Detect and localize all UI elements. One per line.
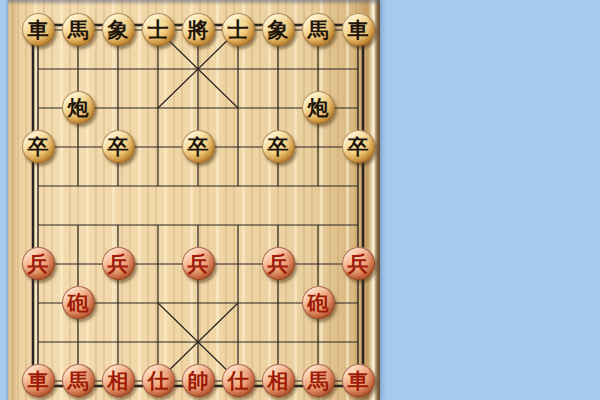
piece-black-soldier-c2r3[interactable]: 卒 [102,130,135,163]
piece-red-elephant-c6r9[interactable]: 相 [262,364,295,397]
piece-black-soldier-c6r3[interactable]: 卒 [262,130,295,163]
piece-black-chariot-c8r0[interactable]: 車 [342,13,375,46]
piece-black-horse-c1r0[interactable]: 馬 [62,13,95,46]
piece-red-soldier-c0r6[interactable]: 兵 [22,247,55,280]
piece-red-soldier-c4r6[interactable]: 兵 [182,247,215,280]
piece-black-chariot-c0r0[interactable]: 車 [22,13,55,46]
piece-red-soldier-c6r6[interactable]: 兵 [262,247,295,280]
piece-black-soldier-c4r3[interactable]: 卒 [182,130,215,163]
xiangqi-board[interactable]: 車馬象士將士象馬車炮炮卒卒卒卒卒兵兵兵兵兵砲砲車馬相仕帥仕相馬車 [8,0,380,400]
piece-black-cannon-c1r2[interactable]: 炮 [62,91,95,124]
piece-black-elephant-c2r0[interactable]: 象 [102,13,135,46]
piece-red-cannon-c7r7[interactable]: 砲 [302,286,335,319]
piece-red-soldier-c8r6[interactable]: 兵 [342,247,375,280]
piece-black-horse-c7r0[interactable]: 馬 [302,13,335,46]
piece-grid: 車馬象士將士象馬車炮炮卒卒卒卒卒兵兵兵兵兵砲砲車馬相仕帥仕相馬車 [18,10,378,400]
piece-black-soldier-c0r3[interactable]: 卒 [22,130,55,163]
piece-red-advisor-c5r9[interactable]: 仕 [222,364,255,397]
page-background: { "game": "xiangqi", "position": { "fen_… [0,0,600,400]
piece-red-advisor-c3r9[interactable]: 仕 [142,364,175,397]
piece-black-advisor-c3r0[interactable]: 士 [142,13,175,46]
piece-black-cannon-c7r2[interactable]: 炮 [302,91,335,124]
piece-red-elephant-c2r9[interactable]: 相 [102,364,135,397]
piece-black-soldier-c8r3[interactable]: 卒 [342,130,375,163]
piece-red-chariot-c0r9[interactable]: 車 [22,364,55,397]
piece-black-elephant-c6r0[interactable]: 象 [262,13,295,46]
piece-red-horse-c7r9[interactable]: 馬 [302,364,335,397]
piece-red-chariot-c8r9[interactable]: 車 [342,364,375,397]
piece-red-cannon-c1r7[interactable]: 砲 [62,286,95,319]
piece-red-horse-c1r9[interactable]: 馬 [62,364,95,397]
piece-red-soldier-c2r6[interactable]: 兵 [102,247,135,280]
piece-black-advisor-c5r0[interactable]: 士 [222,13,255,46]
piece-red-general-c4r9[interactable]: 帥 [182,364,215,397]
piece-black-general-c4r0[interactable]: 將 [182,13,215,46]
